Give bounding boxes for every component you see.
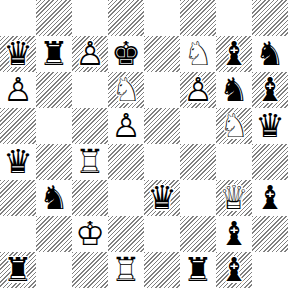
square-b1[interactable] [36,252,72,288]
black-rook-piece: ♜ [36,36,72,72]
black-bishop-backing: ♝ [216,252,252,288]
black-queen-piece: ♛ [144,180,180,216]
square-b2[interactable] [36,216,72,252]
black-rook-piece: ♜ [0,252,36,288]
square-f2[interactable] [180,216,216,252]
white-rook-backing: ♜ [72,144,108,180]
square-d2[interactable] [108,216,144,252]
square-c3[interactable] [72,180,108,216]
square-b4[interactable] [36,144,72,180]
white-pawn-backing: ♟ [108,108,144,144]
black-rook-backing: ♜ [36,36,72,72]
square-b8[interactable] [36,0,72,36]
black-bishop-backing: ♝ [252,72,288,108]
square-b3[interactable]: ♞♞ [36,180,72,216]
square-f1[interactable]: ♜♜ [180,252,216,288]
square-a4[interactable]: ♛♛ [0,144,36,180]
square-g6[interactable]: ♞♞ [216,72,252,108]
black-rook-piece: ♜ [180,252,216,288]
square-a5[interactable] [0,108,36,144]
square-g7[interactable]: ♝♝ [216,36,252,72]
square-d7[interactable]: ♚♚ [108,36,144,72]
square-c1[interactable] [72,252,108,288]
black-queen-piece: ♛ [0,144,36,180]
black-bishop-backing: ♝ [252,180,288,216]
square-b6[interactable] [36,72,72,108]
square-f6[interactable]: ♟♙ [180,72,216,108]
square-c2[interactable]: ♚♔ [72,216,108,252]
square-d5[interactable]: ♟♙ [108,108,144,144]
square-d8[interactable] [108,0,144,36]
white-king-backing: ♚ [72,216,108,252]
white-knight-piece: ♘ [216,108,252,144]
black-bishop-piece: ♝ [216,252,252,288]
black-queen-backing: ♛ [0,36,36,72]
black-queen-backing: ♛ [144,180,180,216]
square-c5[interactable] [72,108,108,144]
square-e2[interactable] [144,216,180,252]
black-queen-backing: ♛ [252,108,288,144]
black-queen-piece: ♛ [0,36,36,72]
black-rook-backing: ♜ [0,252,36,288]
square-d1[interactable]: ♜♖ [108,252,144,288]
square-h7[interactable]: ♞♞ [252,36,288,72]
square-e8[interactable] [144,0,180,36]
white-pawn-piece: ♙ [0,72,36,108]
black-queen-piece: ♛ [252,108,288,144]
square-e3[interactable]: ♛♛ [144,180,180,216]
black-bishop-piece: ♝ [216,216,252,252]
white-knight-backing: ♞ [216,108,252,144]
black-bishop-piece: ♝ [252,72,288,108]
square-d3[interactable] [108,180,144,216]
square-g5[interactable]: ♞♘ [216,108,252,144]
square-f4[interactable] [180,144,216,180]
square-d4[interactable] [108,144,144,180]
black-queen-backing: ♛ [0,144,36,180]
black-knight-piece: ♞ [36,180,72,216]
white-pawn-piece: ♙ [180,72,216,108]
white-knight-backing: ♞ [108,72,144,108]
white-rook-piece: ♖ [72,144,108,180]
black-bishop-piece: ♝ [252,180,288,216]
square-e5[interactable] [144,108,180,144]
square-g8[interactable] [216,0,252,36]
black-knight-backing: ♞ [216,72,252,108]
square-e6[interactable] [144,72,180,108]
black-bishop-piece: ♝ [216,36,252,72]
square-c7[interactable]: ♟♙ [72,36,108,72]
chess-board: ♛♛♜♜♟♙♚♚♞♘♝♝♞♞♟♙♞♘♟♙♞♞♝♝♟♙♞♘♛♛♛♛♜♖♞♞♛♛♛♕… [0,0,288,288]
white-queen-piece: ♕ [216,180,252,216]
square-c6[interactable] [72,72,108,108]
square-h3[interactable]: ♝♝ [252,180,288,216]
black-king-backing: ♚ [108,36,144,72]
square-h2[interactable] [252,216,288,252]
white-knight-piece: ♘ [180,36,216,72]
white-knight-backing: ♞ [180,36,216,72]
square-h1[interactable] [252,252,288,288]
square-e1[interactable] [144,252,180,288]
square-a8[interactable] [0,0,36,36]
square-h4[interactable] [252,144,288,180]
white-pawn-backing: ♟ [180,72,216,108]
square-a2[interactable] [0,216,36,252]
square-e7[interactable] [144,36,180,72]
white-pawn-backing: ♟ [0,72,36,108]
black-knight-piece: ♞ [216,72,252,108]
square-c8[interactable] [72,0,108,36]
square-h5[interactable]: ♛♛ [252,108,288,144]
square-b7[interactable]: ♜♜ [36,36,72,72]
black-bishop-backing: ♝ [216,36,252,72]
white-pawn-piece: ♙ [108,108,144,144]
square-h8[interactable] [252,0,288,36]
square-g2[interactable]: ♝♝ [216,216,252,252]
square-a7[interactable]: ♛♛ [0,36,36,72]
square-a6[interactable]: ♟♙ [0,72,36,108]
square-g4[interactable] [216,144,252,180]
black-bishop-backing: ♝ [216,216,252,252]
white-pawn-piece: ♙ [72,36,108,72]
white-pawn-backing: ♟ [72,36,108,72]
square-f3[interactable] [180,180,216,216]
square-g3[interactable]: ♛♕ [216,180,252,216]
square-e4[interactable] [144,144,180,180]
square-b5[interactable] [36,108,72,144]
white-rook-backing: ♜ [108,252,144,288]
black-rook-backing: ♜ [180,252,216,288]
square-a3[interactable] [0,180,36,216]
square-a1[interactable]: ♜♜ [0,252,36,288]
black-knight-backing: ♞ [252,36,288,72]
white-king-piece: ♔ [72,216,108,252]
black-knight-backing: ♞ [36,180,72,216]
square-f5[interactable] [180,108,216,144]
white-knight-piece: ♘ [108,72,144,108]
square-c4[interactable]: ♜♖ [72,144,108,180]
black-king-piece: ♚ [108,36,144,72]
square-f8[interactable] [180,0,216,36]
black-knight-piece: ♞ [252,36,288,72]
white-rook-piece: ♖ [108,252,144,288]
square-d6[interactable]: ♞♘ [108,72,144,108]
square-g1[interactable]: ♝♝ [216,252,252,288]
white-queen-backing: ♛ [216,180,252,216]
square-h6[interactable]: ♝♝ [252,72,288,108]
square-f7[interactable]: ♞♘ [180,36,216,72]
